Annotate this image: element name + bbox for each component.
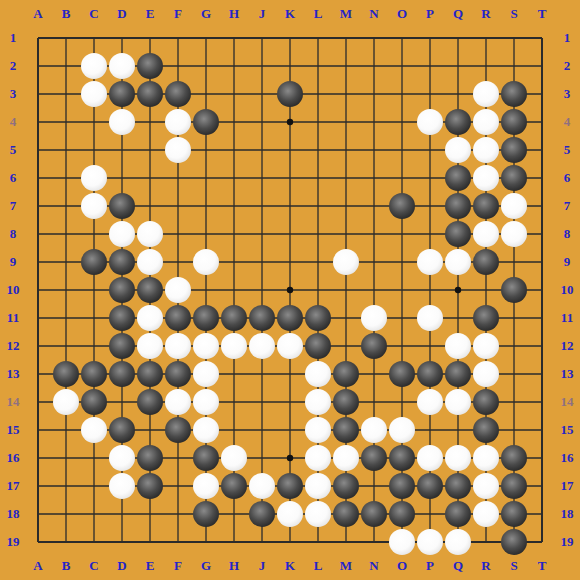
intersection-G13[interactable] [192,360,220,388]
intersection-Q1[interactable] [444,24,472,52]
intersection-M2[interactable] [332,52,360,80]
intersection-C14[interactable] [80,388,108,416]
intersection-L8[interactable] [304,220,332,248]
intersection-R17[interactable] [472,472,500,500]
intersection-H6[interactable] [220,164,248,192]
intersection-J12[interactable] [248,332,276,360]
intersection-C19[interactable] [80,528,108,556]
intersection-M3[interactable] [332,80,360,108]
intersection-M5[interactable] [332,136,360,164]
intersection-O9[interactable] [388,248,416,276]
intersection-R6[interactable] [472,164,500,192]
intersection-R2[interactable] [472,52,500,80]
intersection-L11[interactable] [304,304,332,332]
intersection-K14[interactable] [276,388,304,416]
intersection-P8[interactable] [416,220,444,248]
intersection-E5[interactable] [136,136,164,164]
intersection-R16[interactable] [472,444,500,472]
intersection-G15[interactable] [192,416,220,444]
intersection-A18[interactable] [24,500,52,528]
intersection-S10[interactable] [500,276,528,304]
intersection-N19[interactable] [360,528,388,556]
intersection-H17[interactable] [220,472,248,500]
intersection-A11[interactable] [24,304,52,332]
intersection-J2[interactable] [248,52,276,80]
intersection-C1[interactable] [80,24,108,52]
intersection-O8[interactable] [388,220,416,248]
intersection-D6[interactable] [108,164,136,192]
intersection-L13[interactable] [304,360,332,388]
intersection-F11[interactable] [164,304,192,332]
intersection-L9[interactable] [304,248,332,276]
intersection-B17[interactable] [52,472,80,500]
intersection-H1[interactable] [220,24,248,52]
intersection-O13[interactable] [388,360,416,388]
intersection-B4[interactable] [52,108,80,136]
intersection-K15[interactable] [276,416,304,444]
intersection-S8[interactable] [500,220,528,248]
intersection-P3[interactable] [416,80,444,108]
intersection-F10[interactable] [164,276,192,304]
intersection-F6[interactable] [164,164,192,192]
intersection-B13[interactable] [52,360,80,388]
intersection-P17[interactable] [416,472,444,500]
intersection-Q6[interactable] [444,164,472,192]
intersection-P2[interactable] [416,52,444,80]
intersection-G1[interactable] [192,24,220,52]
intersection-E6[interactable] [136,164,164,192]
intersection-B18[interactable] [52,500,80,528]
intersection-D5[interactable] [108,136,136,164]
intersection-F7[interactable] [164,192,192,220]
intersection-H8[interactable] [220,220,248,248]
intersection-T3[interactable] [528,80,556,108]
intersection-A7[interactable] [24,192,52,220]
intersection-J16[interactable] [248,444,276,472]
intersection-M14[interactable] [332,388,360,416]
intersection-E2[interactable] [136,52,164,80]
intersection-R4[interactable] [472,108,500,136]
intersection-B6[interactable] [52,164,80,192]
intersection-H10[interactable] [220,276,248,304]
intersection-O7[interactable] [388,192,416,220]
intersection-A3[interactable] [24,80,52,108]
intersection-O11[interactable] [388,304,416,332]
intersection-N18[interactable] [360,500,388,528]
intersection-H9[interactable] [220,248,248,276]
intersection-L4[interactable] [304,108,332,136]
intersection-E10[interactable] [136,276,164,304]
intersection-C15[interactable] [80,416,108,444]
intersection-C9[interactable] [80,248,108,276]
intersection-G7[interactable] [192,192,220,220]
intersection-Q12[interactable] [444,332,472,360]
intersection-M4[interactable] [332,108,360,136]
intersection-T4[interactable] [528,108,556,136]
intersection-G14[interactable] [192,388,220,416]
intersection-R12[interactable] [472,332,500,360]
intersection-N8[interactable] [360,220,388,248]
intersection-P4[interactable] [416,108,444,136]
intersection-T16[interactable] [528,444,556,472]
intersection-S5[interactable] [500,136,528,164]
intersection-D9[interactable] [108,248,136,276]
intersection-M16[interactable] [332,444,360,472]
intersection-P12[interactable] [416,332,444,360]
intersection-E18[interactable] [136,500,164,528]
intersection-O3[interactable] [388,80,416,108]
intersection-L10[interactable] [304,276,332,304]
intersection-Q9[interactable] [444,248,472,276]
intersection-R1[interactable] [472,24,500,52]
intersection-F14[interactable] [164,388,192,416]
intersection-T14[interactable] [528,388,556,416]
intersection-L2[interactable] [304,52,332,80]
intersection-P18[interactable] [416,500,444,528]
intersection-H14[interactable] [220,388,248,416]
intersection-T18[interactable] [528,500,556,528]
intersection-A5[interactable] [24,136,52,164]
intersection-C12[interactable] [80,332,108,360]
intersection-M17[interactable] [332,472,360,500]
intersection-O1[interactable] [388,24,416,52]
intersection-A16[interactable] [24,444,52,472]
intersection-R19[interactable] [472,528,500,556]
intersection-E11[interactable] [136,304,164,332]
intersection-J10[interactable] [248,276,276,304]
intersection-L16[interactable] [304,444,332,472]
intersection-S3[interactable] [500,80,528,108]
intersection-J14[interactable] [248,388,276,416]
intersection-F13[interactable] [164,360,192,388]
intersection-C8[interactable] [80,220,108,248]
intersection-T12[interactable] [528,332,556,360]
intersection-B12[interactable] [52,332,80,360]
intersection-T15[interactable] [528,416,556,444]
intersection-N17[interactable] [360,472,388,500]
intersection-L15[interactable] [304,416,332,444]
intersection-T8[interactable] [528,220,556,248]
intersection-F4[interactable] [164,108,192,136]
intersection-M6[interactable] [332,164,360,192]
intersection-D12[interactable] [108,332,136,360]
intersection-A9[interactable] [24,248,52,276]
intersection-T9[interactable] [528,248,556,276]
intersection-S7[interactable] [500,192,528,220]
intersection-L7[interactable] [304,192,332,220]
intersection-K4[interactable] [276,108,304,136]
intersection-H19[interactable] [220,528,248,556]
intersection-R7[interactable] [472,192,500,220]
intersection-T6[interactable] [528,164,556,192]
intersection-O17[interactable] [388,472,416,500]
intersection-E7[interactable] [136,192,164,220]
intersection-J1[interactable] [248,24,276,52]
intersection-H5[interactable] [220,136,248,164]
intersection-S18[interactable] [500,500,528,528]
intersection-R3[interactable] [472,80,500,108]
intersection-C13[interactable] [80,360,108,388]
intersection-B8[interactable] [52,220,80,248]
intersection-B2[interactable] [52,52,80,80]
intersection-K19[interactable] [276,528,304,556]
intersection-N11[interactable] [360,304,388,332]
intersection-O4[interactable] [388,108,416,136]
intersection-J3[interactable] [248,80,276,108]
intersection-Q19[interactable] [444,528,472,556]
intersection-F19[interactable] [164,528,192,556]
intersection-E8[interactable] [136,220,164,248]
intersection-G5[interactable] [192,136,220,164]
intersection-G3[interactable] [192,80,220,108]
intersection-N6[interactable] [360,164,388,192]
intersection-H18[interactable] [220,500,248,528]
intersection-M11[interactable] [332,304,360,332]
intersection-C17[interactable] [80,472,108,500]
intersection-P10[interactable] [416,276,444,304]
intersection-Q7[interactable] [444,192,472,220]
intersection-E4[interactable] [136,108,164,136]
intersection-M19[interactable] [332,528,360,556]
intersection-R18[interactable] [472,500,500,528]
intersection-H2[interactable] [220,52,248,80]
intersection-L6[interactable] [304,164,332,192]
intersection-N15[interactable] [360,416,388,444]
intersection-E15[interactable] [136,416,164,444]
intersection-N5[interactable] [360,136,388,164]
intersection-E3[interactable] [136,80,164,108]
intersection-D10[interactable] [108,276,136,304]
intersection-J13[interactable] [248,360,276,388]
intersection-M9[interactable] [332,248,360,276]
intersection-O14[interactable] [388,388,416,416]
intersection-L3[interactable] [304,80,332,108]
intersection-T19[interactable] [528,528,556,556]
intersection-Q8[interactable] [444,220,472,248]
intersection-S17[interactable] [500,472,528,500]
intersection-A6[interactable] [24,164,52,192]
intersection-K17[interactable] [276,472,304,500]
intersection-B7[interactable] [52,192,80,220]
intersection-O5[interactable] [388,136,416,164]
intersection-G8[interactable] [192,220,220,248]
intersection-H4[interactable] [220,108,248,136]
intersection-T2[interactable] [528,52,556,80]
intersection-A17[interactable] [24,472,52,500]
intersection-D17[interactable] [108,472,136,500]
intersection-A12[interactable] [24,332,52,360]
intersection-D8[interactable] [108,220,136,248]
intersection-B3[interactable] [52,80,80,108]
intersection-O10[interactable] [388,276,416,304]
intersection-G9[interactable] [192,248,220,276]
intersection-R10[interactable] [472,276,500,304]
intersection-B9[interactable] [52,248,80,276]
intersection-G11[interactable] [192,304,220,332]
intersection-S11[interactable] [500,304,528,332]
intersection-P13[interactable] [416,360,444,388]
intersection-F2[interactable] [164,52,192,80]
intersection-D1[interactable] [108,24,136,52]
intersection-A19[interactable] [24,528,52,556]
intersection-F9[interactable] [164,248,192,276]
intersection-L1[interactable] [304,24,332,52]
intersection-Q11[interactable] [444,304,472,332]
intersection-S1[interactable] [500,24,528,52]
intersection-K10[interactable] [276,276,304,304]
intersection-H11[interactable] [220,304,248,332]
intersection-L18[interactable] [304,500,332,528]
intersection-K8[interactable] [276,220,304,248]
intersection-G16[interactable] [192,444,220,472]
intersection-M12[interactable] [332,332,360,360]
intersection-N4[interactable] [360,108,388,136]
intersection-G17[interactable] [192,472,220,500]
intersection-M13[interactable] [332,360,360,388]
intersection-E12[interactable] [136,332,164,360]
intersection-A14[interactable] [24,388,52,416]
intersection-K6[interactable] [276,164,304,192]
intersection-N2[interactable] [360,52,388,80]
intersection-R11[interactable] [472,304,500,332]
intersection-K9[interactable] [276,248,304,276]
intersection-O16[interactable] [388,444,416,472]
intersection-D13[interactable] [108,360,136,388]
intersection-F16[interactable] [164,444,192,472]
intersection-E14[interactable] [136,388,164,416]
intersection-O6[interactable] [388,164,416,192]
intersection-Q5[interactable] [444,136,472,164]
intersection-Q2[interactable] [444,52,472,80]
intersection-Q10[interactable] [444,276,472,304]
intersection-B1[interactable] [52,24,80,52]
intersection-J4[interactable] [248,108,276,136]
intersection-K11[interactable] [276,304,304,332]
intersection-D2[interactable] [108,52,136,80]
intersection-A10[interactable] [24,276,52,304]
intersection-N1[interactable] [360,24,388,52]
intersection-P9[interactable] [416,248,444,276]
intersection-Q13[interactable] [444,360,472,388]
intersection-K2[interactable] [276,52,304,80]
intersection-K5[interactable] [276,136,304,164]
intersection-A15[interactable] [24,416,52,444]
intersection-F18[interactable] [164,500,192,528]
intersection-G19[interactable] [192,528,220,556]
intersection-F3[interactable] [164,80,192,108]
intersection-S16[interactable] [500,444,528,472]
intersection-R8[interactable] [472,220,500,248]
intersection-Q16[interactable] [444,444,472,472]
intersection-Q18[interactable] [444,500,472,528]
intersection-D11[interactable] [108,304,136,332]
intersection-E16[interactable] [136,444,164,472]
intersection-F15[interactable] [164,416,192,444]
intersection-T7[interactable] [528,192,556,220]
intersection-H7[interactable] [220,192,248,220]
intersection-S4[interactable] [500,108,528,136]
intersection-S2[interactable] [500,52,528,80]
intersection-S19[interactable] [500,528,528,556]
intersection-J8[interactable] [248,220,276,248]
intersection-S12[interactable] [500,332,528,360]
intersection-N3[interactable] [360,80,388,108]
intersection-T17[interactable] [528,472,556,500]
intersection-G18[interactable] [192,500,220,528]
intersection-K16[interactable] [276,444,304,472]
intersection-A4[interactable] [24,108,52,136]
intersection-S15[interactable] [500,416,528,444]
intersection-H3[interactable] [220,80,248,108]
intersection-R9[interactable] [472,248,500,276]
intersection-C16[interactable] [80,444,108,472]
intersection-L19[interactable] [304,528,332,556]
intersection-P19[interactable] [416,528,444,556]
intersection-O15[interactable] [388,416,416,444]
intersection-C18[interactable] [80,500,108,528]
intersection-K3[interactable] [276,80,304,108]
intersection-Q17[interactable] [444,472,472,500]
intersection-P16[interactable] [416,444,444,472]
intersection-B14[interactable] [52,388,80,416]
intersection-S14[interactable] [500,388,528,416]
intersection-P15[interactable] [416,416,444,444]
intersection-R14[interactable] [472,388,500,416]
intersection-A1[interactable] [24,24,52,52]
intersection-P1[interactable] [416,24,444,52]
intersection-F17[interactable] [164,472,192,500]
intersection-G10[interactable] [192,276,220,304]
intersection-L14[interactable] [304,388,332,416]
intersection-L17[interactable] [304,472,332,500]
intersection-J11[interactable] [248,304,276,332]
intersection-C11[interactable] [80,304,108,332]
intersection-M8[interactable] [332,220,360,248]
intersection-A13[interactable] [24,360,52,388]
intersection-B19[interactable] [52,528,80,556]
intersection-E13[interactable] [136,360,164,388]
intersection-O18[interactable] [388,500,416,528]
intersection-F12[interactable] [164,332,192,360]
intersection-D16[interactable] [108,444,136,472]
intersection-C7[interactable] [80,192,108,220]
intersection-R13[interactable] [472,360,500,388]
intersection-D3[interactable] [108,80,136,108]
intersection-C5[interactable] [80,136,108,164]
intersection-O19[interactable] [388,528,416,556]
intersection-H13[interactable] [220,360,248,388]
intersection-T10[interactable] [528,276,556,304]
intersection-C2[interactable] [80,52,108,80]
intersection-A8[interactable] [24,220,52,248]
intersection-J6[interactable] [248,164,276,192]
intersection-O2[interactable] [388,52,416,80]
intersection-C4[interactable] [80,108,108,136]
intersection-G4[interactable] [192,108,220,136]
intersection-G2[interactable] [192,52,220,80]
intersection-P11[interactable] [416,304,444,332]
intersection-N12[interactable] [360,332,388,360]
intersection-B16[interactable] [52,444,80,472]
intersection-K7[interactable] [276,192,304,220]
intersection-E17[interactable] [136,472,164,500]
intersection-D19[interactable] [108,528,136,556]
intersection-J7[interactable] [248,192,276,220]
intersection-Q14[interactable] [444,388,472,416]
intersection-L12[interactable] [304,332,332,360]
intersection-D18[interactable] [108,500,136,528]
intersection-M10[interactable] [332,276,360,304]
